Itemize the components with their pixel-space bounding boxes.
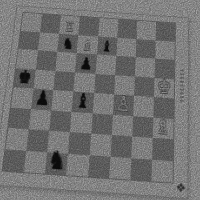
square-a2[interactable]	[6, 128, 29, 151]
square-c1[interactable]: ♞	[45, 152, 68, 175]
white-bishop[interactable]: ♗	[77, 37, 98, 53]
board-edge-brand-text	[180, 70, 184, 105]
square-g1[interactable]	[130, 158, 152, 181]
black-bishop[interactable]: ♝	[72, 90, 94, 111]
square-f1[interactable]	[109, 156, 131, 179]
white-knight[interactable]: ♘	[156, 25, 175, 40]
black-king[interactable]: ♚	[14, 68, 36, 88]
white-bishop[interactable]: ♗	[153, 115, 174, 138]
square-d8[interactable]	[79, 17, 100, 36]
square-a1[interactable]	[3, 149, 27, 172]
square-e7[interactable]: ♝	[97, 36, 118, 56]
square-b2[interactable]	[26, 129, 49, 152]
chess-board[interactable]: ♖♘♞♗♝♟♚♔♟♝♙♗♞	[2, 12, 176, 184]
square-b3[interactable]	[29, 109, 52, 131]
square-f2[interactable]	[110, 135, 132, 158]
square-e5[interactable]	[94, 73, 115, 94]
square-e8[interactable]	[98, 18, 118, 37]
square-a5[interactable]: ♚	[14, 68, 36, 89]
square-d4[interactable]: ♝	[72, 91, 94, 112]
black-bishop[interactable]: ♝	[97, 38, 117, 54]
square-c8[interactable]: ♖	[59, 15, 80, 34]
square-g4[interactable]	[133, 96, 154, 118]
white-pawn[interactable]: ♙	[113, 93, 134, 114]
square-f6[interactable]	[115, 56, 136, 76]
black-knight[interactable]: ♞	[45, 146, 68, 173]
square-b7[interactable]	[38, 32, 59, 52]
square-h8[interactable]: ♘	[155, 22, 174, 41]
square-e2[interactable]	[89, 134, 111, 157]
square-c6[interactable]	[56, 52, 77, 72]
square-e4[interactable]	[92, 93, 113, 114]
black-pawn[interactable]: ♟	[31, 87, 53, 108]
black-knight[interactable]: ♞	[58, 36, 79, 52]
square-a7[interactable]	[19, 31, 41, 51]
square-h5[interactable]: ♔	[154, 78, 174, 99]
square-f4[interactable]: ♙	[113, 94, 134, 115]
square-f8[interactable]	[117, 19, 137, 38]
square-g8[interactable]	[136, 21, 156, 40]
square-g7[interactable]	[135, 39, 155, 59]
photo-scene: ♖♘♞♗♝♟♚♔♟♝♙♗♞ ❖	[0, 0, 200, 200]
square-f3[interactable]	[111, 114, 133, 136]
diamond-logo-icon: ❖	[175, 181, 186, 194]
square-d7[interactable]: ♗	[77, 35, 98, 55]
square-c5[interactable]	[54, 71, 76, 92]
square-g2[interactable]	[131, 136, 153, 159]
square-h2[interactable]	[152, 138, 173, 161]
square-c7[interactable]: ♞	[58, 33, 79, 53]
square-a4[interactable]	[11, 87, 34, 108]
square-h1[interactable]	[151, 159, 173, 182]
square-g3[interactable]	[132, 116, 153, 138]
square-e3[interactable]	[91, 113, 113, 135]
black-pawn[interactable]: ♟	[75, 54, 96, 72]
square-d2[interactable]	[68, 132, 90, 155]
white-rook[interactable]: ♖	[60, 19, 80, 34]
chessboard-mat: ♖♘♞♗♝♟♚♔♟♝♙♗♞ ❖	[0, 5, 189, 199]
square-c3[interactable]	[50, 110, 72, 132]
square-h7[interactable]	[155, 40, 175, 60]
square-d1[interactable]	[66, 153, 89, 176]
square-c4[interactable]	[52, 90, 74, 111]
square-b8[interactable]	[40, 14, 61, 33]
square-d3[interactable]	[70, 111, 92, 133]
square-a8[interactable]	[21, 13, 42, 32]
square-g6[interactable]	[135, 57, 155, 77]
square-b1[interactable]	[24, 150, 47, 173]
square-h3[interactable]: ♗	[153, 117, 174, 139]
square-b4[interactable]: ♟	[31, 89, 53, 110]
square-f7[interactable]	[116, 37, 136, 57]
square-e1[interactable]	[88, 155, 111, 178]
square-e6[interactable]	[95, 54, 116, 74]
square-d6[interactable]: ♟	[75, 53, 96, 73]
square-a3[interactable]	[8, 107, 31, 129]
white-king[interactable]: ♔	[154, 78, 174, 98]
square-g5[interactable]	[134, 76, 155, 97]
square-b6[interactable]	[36, 50, 58, 70]
